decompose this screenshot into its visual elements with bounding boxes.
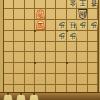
board-square[interactable]	[56, 42, 66, 53]
hand-piece-tip-shadow	[20, 93, 22, 95]
board-square[interactable]	[46, 9, 56, 20]
piece-face: 歩	[58, 32, 66, 40]
piece-kanji: 竜	[37, 11, 44, 18]
piece-face: 銀	[79, 10, 87, 18]
board-square[interactable]	[88, 74, 98, 85]
piece-kanji: 歩	[90, 21, 97, 28]
board-square[interactable]	[46, 63, 56, 74]
board-square[interactable]	[35, 52, 45, 63]
hand-tray-bottom[interactable]	[0, 92, 100, 100]
board-square[interactable]	[14, 9, 24, 20]
piece-face: 竜	[36, 10, 44, 18]
piece-face: 歩	[58, 21, 66, 29]
piece-face: 金	[68, 0, 76, 8]
board-square[interactable]	[25, 0, 35, 9]
board-square[interactable]	[77, 63, 87, 74]
board-square[interactable]	[67, 42, 77, 53]
hand-piece-tip-shadow	[33, 93, 35, 95]
board-square[interactable]	[25, 42, 35, 53]
board-square[interactable]	[25, 31, 35, 42]
board-square[interactable]	[46, 20, 56, 31]
board-square[interactable]	[25, 20, 35, 31]
board-square[interactable]	[56, 63, 66, 74]
board-square[interactable]	[4, 0, 14, 9]
board-square[interactable]	[46, 0, 56, 9]
board-square[interactable]	[77, 74, 87, 85]
board-square[interactable]	[56, 74, 66, 85]
board-square[interactable]	[25, 63, 35, 74]
board-square[interactable]	[88, 63, 98, 74]
board-square[interactable]	[14, 0, 24, 9]
board-square[interactable]	[4, 9, 14, 20]
piece-face: 桂	[68, 21, 76, 29]
board-square[interactable]	[46, 31, 56, 42]
piece-face: 王	[79, 0, 87, 8]
board-square[interactable]	[25, 9, 35, 20]
shogi-app-screen: 金王香竜銀馬歩桂歩歩歩歩	[0, 0, 100, 100]
board-square[interactable]	[14, 31, 24, 42]
piece-kanji: 歩	[80, 21, 87, 28]
board-square[interactable]	[35, 42, 45, 53]
board-square[interactable]	[35, 63, 45, 74]
board-square[interactable]	[4, 63, 14, 74]
board-square[interactable]	[14, 52, 24, 63]
piece-face: 歩	[90, 21, 98, 29]
board-square[interactable]	[67, 74, 77, 85]
piece-face: 香	[90, 0, 98, 8]
board-square[interactable]	[56, 0, 66, 9]
board-square[interactable]	[46, 52, 56, 63]
board-square[interactable]	[4, 42, 14, 53]
piece-kanji: 歩	[69, 32, 76, 39]
piece-kanji: 歩	[58, 32, 65, 39]
piece-kanji: 馬	[37, 22, 44, 29]
piece-face: 馬	[36, 21, 44, 29]
piece-face: 歩	[68, 32, 76, 40]
piece-kanji: 桂	[69, 21, 76, 28]
board-square[interactable]	[77, 31, 87, 42]
piece-kanji: 香	[90, 0, 97, 6]
piece-face: 歩	[79, 21, 87, 29]
board-square[interactable]	[35, 74, 45, 85]
board-square[interactable]	[4, 31, 14, 42]
board-square[interactable]	[25, 74, 35, 85]
board-square[interactable]	[77, 52, 87, 63]
board-square[interactable]	[14, 20, 24, 31]
board-square[interactable]	[67, 52, 77, 63]
board-square[interactable]	[56, 9, 66, 20]
board-square[interactable]	[67, 9, 77, 20]
hand-piece-tip-shadow	[7, 93, 9, 95]
board-square[interactable]	[4, 20, 14, 31]
board-square[interactable]	[14, 63, 24, 74]
piece-kanji: 王	[80, 0, 87, 6]
board-square[interactable]	[46, 42, 56, 53]
board-square[interactable]	[14, 42, 24, 53]
board-square[interactable]	[4, 74, 14, 85]
board-square[interactable]	[35, 0, 45, 9]
board-square[interactable]	[4, 52, 14, 63]
board-square[interactable]	[67, 63, 77, 74]
piece-kanji: 金	[69, 0, 76, 6]
board-square[interactable]	[88, 9, 98, 20]
board-square[interactable]	[77, 42, 87, 53]
piece-kanji: 銀	[80, 10, 87, 17]
board-square[interactable]	[46, 74, 56, 85]
board-square[interactable]	[35, 31, 45, 42]
board-square[interactable]	[88, 42, 98, 53]
board-square[interactable]	[88, 31, 98, 42]
board-square[interactable]	[14, 74, 24, 85]
piece-kanji: 歩	[58, 21, 65, 28]
board-square[interactable]	[88, 52, 98, 63]
